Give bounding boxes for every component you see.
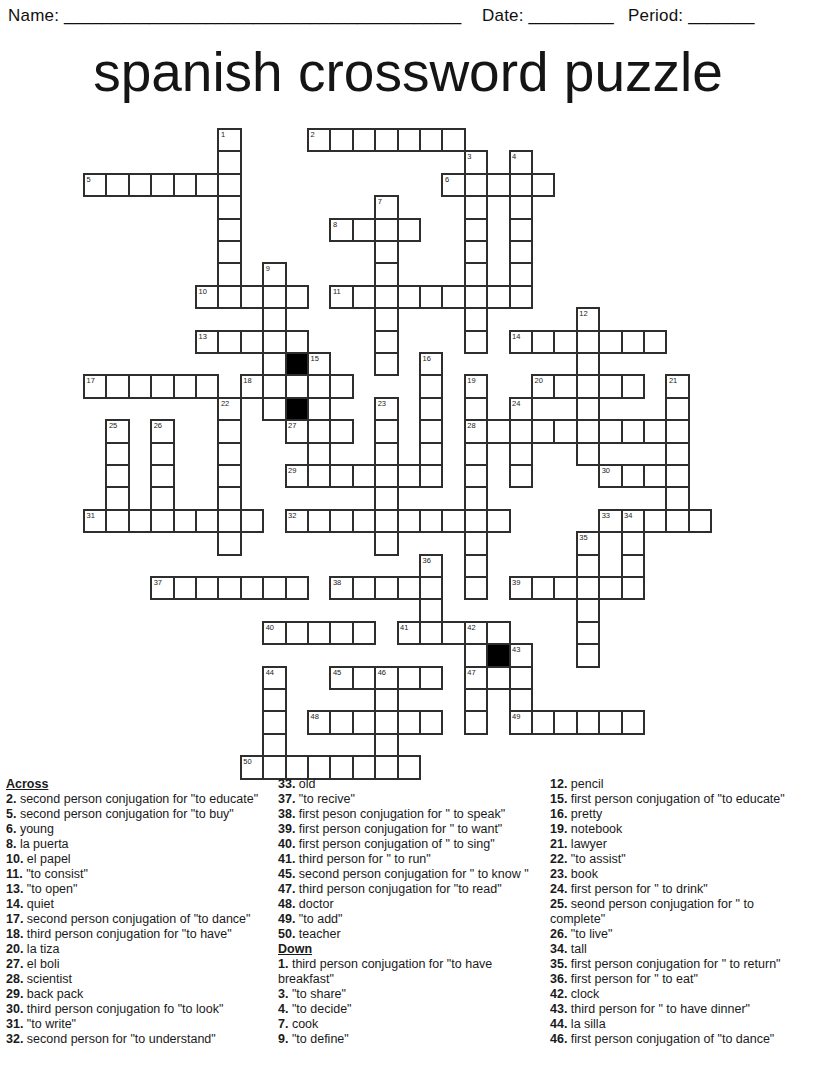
- grid-cell[interactable]: [441, 621, 465, 645]
- grid-cell[interactable]: [509, 419, 533, 443]
- grid-cell[interactable]: [262, 755, 286, 779]
- grid-cell[interactable]: [262, 733, 286, 757]
- grid-cell[interactable]: [105, 374, 129, 398]
- grid-cell[interactable]: [576, 621, 600, 645]
- grid-cell[interactable]: [285, 285, 309, 309]
- grid-cell[interactable]: [576, 643, 600, 667]
- grid-cell[interactable]: [374, 486, 398, 510]
- grid-cell[interactable]: [665, 397, 689, 421]
- grid-cell[interactable]: [665, 442, 689, 466]
- grid-cell[interactable]: [150, 374, 174, 398]
- cell-number: 11: [333, 287, 341, 296]
- grid-cell[interactable]: 17: [83, 374, 107, 398]
- grid-cell[interactable]: [643, 419, 667, 443]
- grid-cell[interactable]: [240, 576, 264, 600]
- grid-cell[interactable]: 32: [285, 509, 309, 533]
- grid-cell[interactable]: [464, 285, 488, 309]
- clue-item: 43. third person for " to have dinner": [550, 1002, 812, 1017]
- worksheet-page: Name: __________________________________…: [0, 0, 816, 1083]
- grid-cell[interactable]: [352, 128, 376, 152]
- grid-cell[interactable]: [352, 666, 376, 690]
- grid-cell[interactable]: [329, 755, 353, 779]
- grid-cell[interactable]: [150, 486, 174, 510]
- grid-cell[interactable]: [150, 509, 174, 533]
- grid-cell[interactable]: [217, 442, 241, 466]
- grid-cell[interactable]: [419, 464, 443, 488]
- grid-cell[interactable]: [262, 330, 286, 354]
- grid-cell[interactable]: [509, 285, 533, 309]
- grid-cell[interactable]: [688, 509, 712, 533]
- grid-cell[interactable]: 37: [150, 576, 174, 600]
- grid-cell[interactable]: [262, 576, 286, 600]
- grid-cell[interactable]: [397, 128, 421, 152]
- grid-cell[interactable]: 9: [262, 262, 286, 286]
- grid-cell[interactable]: [374, 128, 398, 152]
- grid-cell[interactable]: [598, 374, 622, 398]
- grid-cell[interactable]: [509, 688, 533, 712]
- grid-cell[interactable]: [464, 262, 488, 286]
- grid-cell[interactable]: [329, 710, 353, 734]
- grid-cell[interactable]: [598, 330, 622, 354]
- grid-cell[interactable]: [419, 598, 443, 622]
- grid-cell[interactable]: [464, 195, 488, 219]
- grid-cell[interactable]: [217, 509, 241, 533]
- grid-cell[interactable]: [374, 576, 398, 600]
- grid-cell[interactable]: 49: [509, 710, 533, 734]
- grid-cell[interactable]: [217, 576, 241, 600]
- grid-cell[interactable]: [217, 150, 241, 174]
- grid-cell[interactable]: 39: [509, 576, 533, 600]
- grid-cell[interactable]: [464, 531, 488, 555]
- grid-cell[interactable]: [329, 464, 353, 488]
- grid-cell[interactable]: [486, 509, 510, 533]
- clue-number: 26.: [550, 927, 567, 941]
- grid-cell[interactable]: [374, 285, 398, 309]
- grid-cell[interactable]: [419, 509, 443, 533]
- grid-cell[interactable]: 28: [464, 419, 488, 443]
- cell-number: 9: [266, 264, 270, 273]
- grid-cell[interactable]: 24: [509, 397, 533, 421]
- grid-cell[interactable]: 44: [262, 666, 286, 690]
- grid-cell[interactable]: [509, 173, 533, 197]
- grid-cell[interactable]: 10: [195, 285, 219, 309]
- grid-cell[interactable]: 7: [374, 195, 398, 219]
- grid-cell[interactable]: [464, 173, 488, 197]
- grid-cell[interactable]: [553, 576, 577, 600]
- grid-cell[interactable]: [576, 554, 600, 578]
- grid-cell[interactable]: [486, 666, 510, 690]
- date-label: Date:: [482, 6, 524, 25]
- grid-cell[interactable]: [307, 397, 331, 421]
- grid-cell[interactable]: 41: [397, 621, 421, 645]
- grid-cell[interactable]: [531, 330, 555, 354]
- grid-cell[interactable]: [128, 374, 152, 398]
- grid-cell[interactable]: [352, 218, 376, 242]
- grid-cell[interactable]: [509, 442, 533, 466]
- grid-cell[interactable]: [352, 285, 376, 309]
- name-blank-line[interactable]: ________________________________________…: [64, 6, 461, 25]
- grid-cell[interactable]: [621, 531, 645, 555]
- clue-item: 7. cook: [278, 1017, 546, 1032]
- grid-cell[interactable]: 22: [217, 397, 241, 421]
- grid-cell[interactable]: [621, 710, 645, 734]
- grid-cell[interactable]: 6: [441, 173, 465, 197]
- grid-cell[interactable]: [285, 330, 309, 354]
- grid-cell[interactable]: [240, 285, 264, 309]
- grid-cell[interactable]: [262, 352, 286, 376]
- grid-cell[interactable]: 19: [464, 374, 488, 398]
- grid-cell[interactable]: [397, 218, 421, 242]
- cell-number: 14: [512, 332, 520, 341]
- grid-cell[interactable]: 29: [285, 464, 309, 488]
- grid-cell[interactable]: [441, 128, 465, 152]
- grid-cell[interactable]: [128, 509, 152, 533]
- grid-cell[interactable]: [374, 330, 398, 354]
- grid-cell[interactable]: [217, 240, 241, 264]
- grid-cell[interactable]: 1: [217, 128, 241, 152]
- grid-cell[interactable]: [217, 173, 241, 197]
- clue-item: 45. second person conjugation for " to k…: [278, 867, 546, 882]
- grid-cell[interactable]: [217, 285, 241, 309]
- cell-number: 4: [512, 152, 516, 161]
- grid-cell[interactable]: [285, 374, 309, 398]
- grid-cell[interactable]: [329, 621, 353, 645]
- grid-cell[interactable]: [486, 173, 510, 197]
- grid-cell[interactable]: [262, 710, 286, 734]
- grid-cell[interactable]: [598, 419, 622, 443]
- grid-cell[interactable]: [576, 419, 600, 443]
- grid-cell[interactable]: [464, 576, 488, 600]
- clue-number: 44.: [550, 1017, 567, 1031]
- grid-cell[interactable]: [240, 330, 264, 354]
- grid-cell[interactable]: 12: [576, 307, 600, 331]
- grid-cell[interactable]: [576, 710, 600, 734]
- grid-cell[interactable]: [509, 666, 533, 690]
- grid-cell[interactable]: [553, 330, 577, 354]
- grid-cell[interactable]: [352, 710, 376, 734]
- grid-cell[interactable]: [464, 554, 488, 578]
- grid-cell[interactable]: 2: [307, 128, 331, 152]
- grid-cell[interactable]: 26: [150, 419, 174, 443]
- grid-cell[interactable]: [217, 218, 241, 242]
- grid-cell[interactable]: [307, 509, 331, 533]
- grid-cell[interactable]: [621, 374, 645, 398]
- grid-cell[interactable]: [397, 464, 421, 488]
- grid-cell[interactable]: [307, 374, 331, 398]
- grid-cell[interactable]: [173, 576, 197, 600]
- grid-cell[interactable]: [352, 576, 376, 600]
- grid-cell[interactable]: [419, 419, 443, 443]
- grid-cell[interactable]: [531, 173, 555, 197]
- grid-cell[interactable]: [598, 576, 622, 600]
- clue-item: 12. pencil: [550, 777, 812, 792]
- grid-cell[interactable]: [509, 262, 533, 286]
- grid-cell[interactable]: [150, 173, 174, 197]
- grid-cell[interactable]: [464, 486, 488, 510]
- grid-cell[interactable]: [374, 509, 398, 533]
- grid-cell[interactable]: [553, 374, 577, 398]
- grid-cell[interactable]: 21: [665, 374, 689, 398]
- grid-cell[interactable]: [464, 397, 488, 421]
- grid-cell[interactable]: [464, 442, 488, 466]
- grid-cell[interactable]: [195, 509, 219, 533]
- grid-cell[interactable]: [285, 621, 309, 645]
- grid-cell[interactable]: [374, 464, 398, 488]
- grid-cell[interactable]: [150, 442, 174, 466]
- grid-cell[interactable]: [464, 330, 488, 354]
- grid-cell[interactable]: [307, 755, 331, 779]
- grid-cell[interactable]: [643, 330, 667, 354]
- grid-cell[interactable]: [464, 218, 488, 242]
- grid-cell[interactable]: 38: [329, 576, 353, 600]
- grid-cell[interactable]: [576, 598, 600, 622]
- cell-number: 16: [423, 354, 431, 363]
- grid-cell[interactable]: [419, 621, 443, 645]
- grid-cell[interactable]: 16: [419, 352, 443, 376]
- grid-cell[interactable]: 45: [329, 666, 353, 690]
- grid-cell[interactable]: [464, 307, 488, 331]
- grid-cell[interactable]: [262, 307, 286, 331]
- period-blank-line[interactable]: _______: [688, 6, 754, 25]
- grid-cell[interactable]: 50: [240, 755, 264, 779]
- clue-item: 13. "to open": [6, 882, 277, 897]
- grid-cell[interactable]: [621, 576, 645, 600]
- grid-cell[interactable]: [665, 486, 689, 510]
- grid-cell[interactable]: 31: [83, 509, 107, 533]
- clue-item: 50. teacher: [278, 927, 546, 942]
- grid-cell[interactable]: [352, 464, 376, 488]
- grid-cell[interactable]: [352, 755, 376, 779]
- grid-cell[interactable]: [374, 710, 398, 734]
- grid-cell[interactable]: [217, 419, 241, 443]
- grid-cell[interactable]: 48: [307, 710, 331, 734]
- grid-cell[interactable]: [509, 218, 533, 242]
- clue-item: 15. first person conjugation of "to educ…: [550, 792, 812, 807]
- grid-cell[interactable]: [576, 397, 600, 421]
- grid-cell[interactable]: 4: [509, 150, 533, 174]
- grid-cell[interactable]: [531, 576, 555, 600]
- grid-cell[interactable]: [419, 397, 443, 421]
- grid-cell[interactable]: 25: [105, 419, 129, 443]
- cell-number: 10: [199, 287, 207, 296]
- grid-cell[interactable]: 34: [621, 509, 645, 533]
- grid-cell[interactable]: [464, 509, 488, 533]
- grid-cell[interactable]: [105, 486, 129, 510]
- clue-number: 30.: [6, 1002, 23, 1016]
- clue-number: 46.: [550, 1032, 567, 1046]
- grid-cell[interactable]: [307, 464, 331, 488]
- down-header: Down: [278, 942, 546, 957]
- grid-cell[interactable]: [374, 419, 398, 443]
- grid-cell[interactable]: 46: [374, 666, 398, 690]
- grid-cell[interactable]: [374, 352, 398, 376]
- grid-cell[interactable]: [419, 710, 443, 734]
- grid-cell[interactable]: 43: [509, 643, 533, 667]
- grid-cell[interactable]: [173, 374, 197, 398]
- grid-cell[interactable]: 3: [464, 150, 488, 174]
- grid-cell[interactable]: [486, 419, 510, 443]
- date-blank-line[interactable]: _________: [529, 6, 614, 25]
- clue-item: 18. third person conjugation for "to hav…: [6, 927, 277, 942]
- grid-cell[interactable]: [329, 509, 353, 533]
- grid-cell[interactable]: [576, 576, 600, 600]
- cell-number: 17: [87, 376, 95, 385]
- grid-cell[interactable]: 14: [509, 330, 533, 354]
- grid-cell[interactable]: [576, 442, 600, 466]
- grid-cell[interactable]: [374, 755, 398, 779]
- grid-cell[interactable]: [665, 419, 689, 443]
- cell-number: 42: [467, 623, 475, 632]
- grid-cell[interactable]: [374, 733, 398, 757]
- grid-cell[interactable]: 30: [598, 464, 622, 488]
- grid-cell[interactable]: [576, 352, 600, 376]
- grid-cell[interactable]: 35: [576, 531, 600, 555]
- grid-cell[interactable]: 13: [195, 330, 219, 354]
- cell-number: 43: [512, 645, 520, 654]
- grid-cell[interactable]: [352, 621, 376, 645]
- grid-cell[interactable]: [285, 576, 309, 600]
- grid-cell[interactable]: [374, 262, 398, 286]
- cell-number: 24: [512, 399, 520, 408]
- grid-cell[interactable]: [397, 666, 421, 690]
- grid-cell[interactable]: 15: [307, 352, 331, 376]
- grid-cell[interactable]: [419, 374, 443, 398]
- grid-cell[interactable]: [307, 419, 331, 443]
- grid-cell[interactable]: [195, 374, 219, 398]
- grid-cell[interactable]: [464, 688, 488, 712]
- grid-cell[interactable]: [643, 509, 667, 533]
- grid-cell[interactable]: [576, 330, 600, 354]
- grid-cell[interactable]: [217, 464, 241, 488]
- grid-cell[interactable]: [307, 621, 331, 645]
- grid-cell[interactable]: [217, 330, 241, 354]
- grid-cell[interactable]: [262, 688, 286, 712]
- grid-cell[interactable]: [262, 374, 286, 398]
- grid-cell[interactable]: [105, 173, 129, 197]
- grid-cell[interactable]: [240, 509, 264, 533]
- grid-cell[interactable]: [397, 755, 421, 779]
- grid-cell[interactable]: [397, 285, 421, 309]
- grid-cell[interactable]: 8: [329, 218, 353, 242]
- grid-cell[interactable]: [105, 442, 129, 466]
- grid-cell[interactable]: [374, 218, 398, 242]
- grid-cell[interactable]: [509, 195, 533, 219]
- grid-cell[interactable]: [397, 710, 421, 734]
- grid-cell[interactable]: [262, 397, 286, 421]
- grid-cell[interactable]: [195, 173, 219, 197]
- grid-cell[interactable]: [419, 442, 443, 466]
- cell-number: 21: [669, 376, 677, 385]
- cell-number: 1: [221, 130, 225, 139]
- clue-number: 29.: [6, 987, 23, 1001]
- grid-cell[interactable]: [419, 285, 443, 309]
- grid-cell[interactable]: [352, 509, 376, 533]
- grid-cell[interactable]: [374, 688, 398, 712]
- grid-cell[interactable]: [665, 509, 689, 533]
- grid-cell[interactable]: [217, 195, 241, 219]
- grid-cell[interactable]: 47: [464, 666, 488, 690]
- grid-cell[interactable]: [105, 509, 129, 533]
- grid-cell[interactable]: 27: [285, 419, 309, 443]
- grid-cell[interactable]: [464, 710, 488, 734]
- grid-cell[interactable]: [329, 128, 353, 152]
- grid-cell[interactable]: [329, 419, 353, 443]
- grid-cell[interactable]: [105, 464, 129, 488]
- grid-cell[interactable]: [464, 643, 488, 667]
- grid-cell[interactable]: [329, 374, 353, 398]
- grid-cell[interactable]: [509, 464, 533, 488]
- clue-number: 16.: [550, 807, 567, 821]
- grid-cell[interactable]: [553, 419, 577, 443]
- grid-cell[interactable]: [397, 576, 421, 600]
- grid-cell[interactable]: [441, 509, 465, 533]
- grid-cell[interactable]: [397, 509, 421, 533]
- grid-cell[interactable]: [173, 173, 197, 197]
- grid-cell[interactable]: 40: [262, 621, 286, 645]
- grid-cell[interactable]: 5: [83, 173, 107, 197]
- grid-cell[interactable]: [531, 710, 555, 734]
- grid-cell[interactable]: [621, 419, 645, 443]
- grid-cell[interactable]: [217, 262, 241, 286]
- grid-cell[interactable]: [195, 576, 219, 600]
- grid-cell[interactable]: 11: [329, 285, 353, 309]
- cell-number: 48: [311, 712, 319, 721]
- grid-cell[interactable]: [598, 710, 622, 734]
- grid-cell[interactable]: [217, 486, 241, 510]
- grid-cell[interactable]: [374, 531, 398, 555]
- grid-cell[interactable]: [285, 755, 309, 779]
- grid-cell[interactable]: [621, 330, 645, 354]
- grid-cell[interactable]: 20: [531, 374, 555, 398]
- cell-number: 46: [378, 668, 386, 677]
- grid-cell[interactable]: [531, 419, 555, 443]
- grid-cell[interactable]: [464, 464, 488, 488]
- grid-cell[interactable]: [441, 285, 465, 309]
- grid-cell[interactable]: [665, 464, 689, 488]
- grid-cell[interactable]: 33: [598, 509, 622, 533]
- grid-cell[interactable]: [553, 710, 577, 734]
- grid-cell[interactable]: [374, 442, 398, 466]
- clue-item: 31. "to write": [6, 1017, 277, 1032]
- grid-cell[interactable]: 23: [374, 397, 398, 421]
- grid-cell[interactable]: [150, 464, 174, 488]
- grid-cell[interactable]: [217, 531, 241, 555]
- clue-item: 36. first person for " to eat": [550, 972, 812, 987]
- grid-cell[interactable]: [621, 464, 645, 488]
- grid-cell[interactable]: 36: [419, 554, 443, 578]
- grid-cell[interactable]: 42: [464, 621, 488, 645]
- grid-cell[interactable]: [509, 240, 533, 264]
- grid-cell[interactable]: [486, 621, 510, 645]
- clue-column-1: Across2. second person conjugation for "…: [6, 777, 277, 1047]
- grid-cell[interactable]: [128, 173, 152, 197]
- grid-cell[interactable]: 18: [240, 374, 264, 398]
- grid-cell[interactable]: [464, 240, 488, 264]
- grid-cell[interactable]: [173, 509, 197, 533]
- clue-number: 8.: [6, 837, 16, 851]
- grid-cell[interactable]: [576, 374, 600, 398]
- grid-cell[interactable]: [374, 307, 398, 331]
- grid-cell[interactable]: [262, 285, 286, 309]
- grid-cell[interactable]: [374, 240, 398, 264]
- grid-cell[interactable]: [419, 576, 443, 600]
- grid-cell[interactable]: [486, 285, 510, 309]
- grid-cell[interactable]: [643, 464, 667, 488]
- grid-cell[interactable]: [419, 666, 443, 690]
- grid-cell[interactable]: [419, 128, 443, 152]
- grid-cell[interactable]: [307, 442, 331, 466]
- grid-cell[interactable]: [621, 554, 645, 578]
